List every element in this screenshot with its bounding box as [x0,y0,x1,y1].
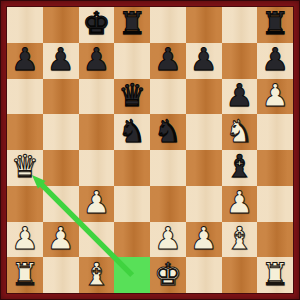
square-h8[interactable]: ♜ [257,7,293,43]
square-h1[interactable]: ♜ [257,257,293,293]
square-b8[interactable] [43,7,79,43]
square-a8[interactable] [7,7,43,43]
square-c7[interactable]: ♟ [79,43,115,79]
square-f7[interactable]: ♟ [186,43,222,79]
white-rook-h1[interactable]: ♜ [261,259,289,290]
white-pawn-c3[interactable]: ♟ [82,187,110,218]
square-f6[interactable] [186,79,222,115]
square-d2[interactable] [114,222,150,258]
black-rook-d8[interactable]: ♜ [118,8,146,39]
square-b1[interactable] [43,257,79,293]
black-knight-d5[interactable]: ♞ [118,116,146,147]
square-h2[interactable] [257,222,293,258]
square-f5[interactable] [186,114,222,150]
square-a4[interactable]: ♛ [7,150,43,186]
square-a1[interactable]: ♜ [7,257,43,293]
square-h6[interactable]: ♟ [257,79,293,115]
square-e4[interactable] [150,150,186,186]
black-pawn-a7[interactable]: ♟ [11,44,39,75]
square-f1[interactable] [186,257,222,293]
square-c2[interactable] [79,222,115,258]
square-c4[interactable] [79,150,115,186]
square-c5[interactable] [79,114,115,150]
square-c8[interactable]: ♚ [79,7,115,43]
white-pawn-g3[interactable]: ♟ [225,187,253,218]
square-g1[interactable] [222,257,258,293]
black-knight-e5[interactable]: ♞ [154,116,182,147]
white-rook-a1[interactable]: ♜ [11,259,39,290]
square-e2[interactable]: ♟ [150,222,186,258]
square-d6[interactable]: ♛ [114,79,150,115]
square-f3[interactable] [186,186,222,222]
square-g6[interactable]: ♟ [222,79,258,115]
square-b3[interactable] [43,186,79,222]
square-g5[interactable]: ♞ [222,114,258,150]
square-e1[interactable]: ♚ [150,257,186,293]
square-f8[interactable] [186,7,222,43]
black-pawn-f7[interactable]: ♟ [190,44,218,75]
black-king-c8[interactable]: ♚ [82,8,110,39]
square-d1[interactable] [114,257,150,293]
square-b7[interactable]: ♟ [43,43,79,79]
square-b2[interactable]: ♟ [43,222,79,258]
white-king-e1[interactable]: ♚ [154,259,182,290]
square-c6[interactable] [79,79,115,115]
square-g3[interactable]: ♟ [222,186,258,222]
white-pawn-e2[interactable]: ♟ [154,223,182,254]
square-h4[interactable] [257,150,293,186]
black-pawn-e7[interactable]: ♟ [154,44,182,75]
white-pawn-a2[interactable]: ♟ [11,223,39,254]
square-f2[interactable]: ♟ [186,222,222,258]
black-pawn-c7[interactable]: ♟ [82,44,110,75]
white-bishop-c1[interactable]: ♝ [82,259,110,290]
square-d7[interactable] [114,43,150,79]
square-d5[interactable]: ♞ [114,114,150,150]
square-e7[interactable]: ♟ [150,43,186,79]
square-d8[interactable]: ♜ [114,7,150,43]
square-e6[interactable] [150,79,186,115]
black-bishop-g4[interactable]: ♝ [225,151,253,182]
square-c3[interactable]: ♟ [79,186,115,222]
square-e5[interactable]: ♞ [150,114,186,150]
chess-board-stage: ♚♜♜♟♟♟♟♟♟♛♟♟♞♞♞♛♝♟♟♟♟♟♟♝♜♝♚♜ [0,0,300,300]
white-queen-a4[interactable]: ♛ [11,151,39,182]
square-a6[interactable] [7,79,43,115]
white-knight-g5[interactable]: ♞ [225,116,253,147]
black-pawn-g6[interactable]: ♟ [225,80,253,111]
square-d3[interactable] [114,186,150,222]
black-rook-h8[interactable]: ♜ [261,8,289,39]
black-queen-d6[interactable]: ♛ [118,80,146,111]
square-b6[interactable] [43,79,79,115]
square-h7[interactable]: ♟ [257,43,293,79]
black-pawn-h7[interactable]: ♟ [261,44,289,75]
square-b4[interactable] [43,150,79,186]
square-a7[interactable]: ♟ [7,43,43,79]
white-bishop-g2[interactable]: ♝ [225,223,253,254]
square-g2[interactable]: ♝ [222,222,258,258]
black-pawn-b7[interactable]: ♟ [47,44,75,75]
square-g4[interactable]: ♝ [222,150,258,186]
square-a2[interactable]: ♟ [7,222,43,258]
square-e3[interactable] [150,186,186,222]
white-pawn-f2[interactable]: ♟ [190,223,218,254]
square-e8[interactable] [150,7,186,43]
square-d4[interactable] [114,150,150,186]
square-a5[interactable] [7,114,43,150]
square-a3[interactable] [7,186,43,222]
white-pawn-h6[interactable]: ♟ [261,80,289,111]
white-pawn-b2[interactable]: ♟ [47,223,75,254]
chess-board[interactable]: ♚♜♜♟♟♟♟♟♟♛♟♟♞♞♞♛♝♟♟♟♟♟♟♝♜♝♚♜ [7,7,293,293]
square-h5[interactable] [257,114,293,150]
square-c1[interactable]: ♝ [79,257,115,293]
square-g7[interactable] [222,43,258,79]
square-h3[interactable] [257,186,293,222]
square-b5[interactable] [43,114,79,150]
square-f4[interactable] [186,150,222,186]
square-g8[interactable] [222,7,258,43]
